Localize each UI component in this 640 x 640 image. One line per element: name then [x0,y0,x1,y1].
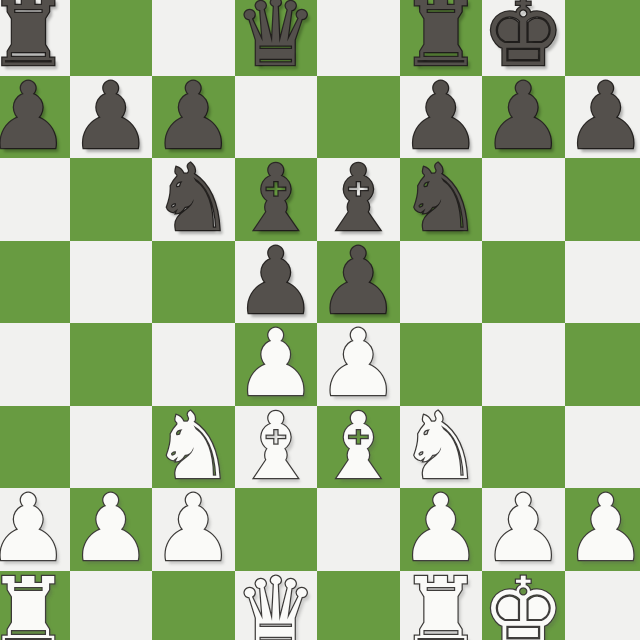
black-knight-f6[interactable]: ♞ [400,158,482,241]
square-f6[interactable]: ♞ [400,158,483,241]
square-c6[interactable]: ♞ [152,158,235,241]
square-e2[interactable] [317,488,400,571]
square-a1[interactable]: ♜ [0,571,70,640]
square-h1[interactable] [565,571,640,640]
square-c5[interactable] [152,241,235,324]
square-b4[interactable] [70,323,153,406]
square-g1[interactable]: ♚ [482,571,565,640]
white-bishop-e3[interactable]: ♝ [317,406,399,489]
square-f1[interactable]: ♜ [400,571,483,640]
white-pawn-b2[interactable]: ♟ [70,488,152,571]
square-g7[interactable]: ♟ [482,76,565,159]
square-g5[interactable] [482,241,565,324]
white-king-g1[interactable]: ♚ [482,571,564,640]
square-h5[interactable] [565,241,640,324]
square-a5[interactable] [0,241,70,324]
black-pawn-a7[interactable]: ♟ [0,76,69,159]
square-a6[interactable] [0,158,70,241]
black-pawn-b7[interactable]: ♟ [70,76,152,159]
square-g6[interactable] [482,158,565,241]
chess-board: ♜♛♜♚♟♟♟♟♟♟♞♝♝♞♟♟♟♟♞♝♝♞♟♟♟♟♟♟♜♛♜♚ [0,0,640,640]
black-knight-c6[interactable]: ♞ [152,158,234,241]
square-b7[interactable]: ♟ [70,76,153,159]
white-pawn-c2[interactable]: ♟ [152,488,234,571]
white-rook-f1[interactable]: ♜ [400,571,482,640]
white-queen-d1[interactable]: ♛ [235,571,317,640]
square-e3[interactable]: ♝ [317,406,400,489]
black-pawn-g7[interactable]: ♟ [482,76,564,159]
square-b1[interactable] [70,571,153,640]
square-b2[interactable]: ♟ [70,488,153,571]
square-d1[interactable]: ♛ [235,571,318,640]
square-d3[interactable]: ♝ [235,406,318,489]
white-rook-a1[interactable]: ♜ [0,571,69,640]
chess-board-viewport: ♜♛♜♚♟♟♟♟♟♟♞♝♝♞♟♟♟♟♞♝♝♞♟♟♟♟♟♟♜♛♜♚ [0,0,640,640]
square-h6[interactable] [565,158,640,241]
square-h7[interactable]: ♟ [565,76,640,159]
square-f5[interactable] [400,241,483,324]
square-e8[interactable] [317,0,400,76]
square-b6[interactable] [70,158,153,241]
square-g4[interactable] [482,323,565,406]
white-bishop-d3[interactable]: ♝ [235,406,317,489]
square-a4[interactable] [0,323,70,406]
square-h4[interactable] [565,323,640,406]
black-pawn-h7[interactable]: ♟ [565,76,640,159]
square-b5[interactable] [70,241,153,324]
white-pawn-h2[interactable]: ♟ [565,488,640,571]
square-d8[interactable]: ♛ [235,0,318,76]
square-e1[interactable] [317,571,400,640]
square-a7[interactable]: ♟ [0,76,70,159]
square-c2[interactable]: ♟ [152,488,235,571]
square-c1[interactable] [152,571,235,640]
black-queen-d8[interactable]: ♛ [235,0,317,76]
square-h2[interactable]: ♟ [565,488,640,571]
